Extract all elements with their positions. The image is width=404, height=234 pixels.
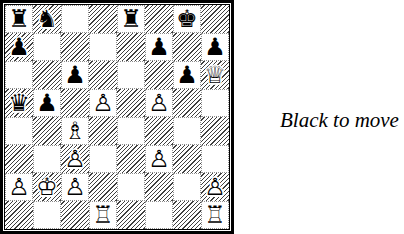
square-d4[interactable] <box>89 117 117 145</box>
white-rook-icon: ♖ <box>201 201 229 229</box>
square-b3[interactable] <box>33 145 61 173</box>
white-pawn-icon: ♙ <box>61 173 89 201</box>
square-h3[interactable] <box>201 145 229 173</box>
square-f7[interactable]: ♟♟ <box>145 33 173 61</box>
square-c6[interactable]: ♟♟ <box>61 61 89 89</box>
piece-halo: ♞ <box>33 5 61 33</box>
square-e3[interactable] <box>117 145 145 173</box>
piece-halo: ♟ <box>33 89 61 117</box>
piece-halo: ♟ <box>5 33 33 61</box>
black-pawn-icon: ♟ <box>33 89 61 117</box>
square-a5[interactable]: ♛♛ <box>5 89 33 117</box>
square-h6[interactable]: ♛♕ <box>201 61 229 89</box>
white-pawn-icon: ♙ <box>89 89 117 117</box>
piece-halo: ♜ <box>5 5 33 33</box>
white-queen-icon: ♕ <box>201 61 229 89</box>
square-h5[interactable] <box>201 89 229 117</box>
side-to-move-caption: Black to move <box>280 108 399 133</box>
square-g4[interactable] <box>173 117 201 145</box>
square-f6[interactable] <box>145 61 173 89</box>
chess-diagram-page: ♜♜♞♞♜♜♚♚♟♟♟♟♟♟♟♟♟♟♛♕♛♛♟♟♟♙♟♙♝♗♟♙♟♙♟♙♚♔♟♙… <box>0 0 404 234</box>
square-b1[interactable] <box>33 201 61 229</box>
white-pawn-icon: ♙ <box>145 89 173 117</box>
black-pawn-icon: ♟ <box>201 33 229 61</box>
square-h8[interactable] <box>201 5 229 33</box>
square-a6[interactable] <box>5 61 33 89</box>
square-e5[interactable] <box>117 89 145 117</box>
black-rook-icon: ♜ <box>117 5 145 33</box>
square-a2[interactable]: ♟♙ <box>5 173 33 201</box>
square-b5[interactable]: ♟♟ <box>33 89 61 117</box>
black-rook-icon: ♜ <box>5 5 33 33</box>
square-b8[interactable]: ♞♞ <box>33 5 61 33</box>
square-c8[interactable] <box>61 5 89 33</box>
square-h7[interactable]: ♟♟ <box>201 33 229 61</box>
square-h2[interactable]: ♟♙ <box>201 173 229 201</box>
square-h4[interactable] <box>201 117 229 145</box>
square-e7[interactable] <box>117 33 145 61</box>
chess-board-grid: ♜♜♞♞♜♜♚♚♟♟♟♟♟♟♟♟♟♟♛♕♛♛♟♟♟♙♟♙♝♗♟♙♟♙♟♙♚♔♟♙… <box>5 5 229 229</box>
square-f3[interactable]: ♟♙ <box>145 145 173 173</box>
square-c4[interactable]: ♝♗ <box>61 117 89 145</box>
square-b4[interactable] <box>33 117 61 145</box>
square-e1[interactable] <box>117 201 145 229</box>
square-g3[interactable] <box>173 145 201 173</box>
piece-halo: ♟ <box>173 61 201 89</box>
square-g5[interactable] <box>173 89 201 117</box>
square-a1[interactable] <box>5 201 33 229</box>
piece-halo: ♟ <box>145 89 173 117</box>
square-f1[interactable] <box>145 201 173 229</box>
piece-halo: ♜ <box>201 201 229 229</box>
square-e6[interactable] <box>117 61 145 89</box>
square-a8[interactable]: ♜♜ <box>5 5 33 33</box>
square-e4[interactable] <box>117 117 145 145</box>
piece-halo: ♟ <box>61 61 89 89</box>
square-b2[interactable]: ♚♔ <box>33 173 61 201</box>
white-pawn-icon: ♙ <box>5 173 33 201</box>
piece-halo: ♟ <box>89 89 117 117</box>
square-e8[interactable]: ♜♜ <box>117 5 145 33</box>
square-d7[interactable] <box>89 33 117 61</box>
black-pawn-icon: ♟ <box>61 61 89 89</box>
piece-halo: ♟ <box>145 33 173 61</box>
square-b6[interactable] <box>33 61 61 89</box>
chess-board-inner-frame: ♜♜♞♞♜♜♚♚♟♟♟♟♟♟♟♟♟♟♛♕♛♛♟♟♟♙♟♙♝♗♟♙♟♙♟♙♚♔♟♙… <box>4 4 230 230</box>
black-pawn-icon: ♟ <box>145 33 173 61</box>
piece-halo: ♟ <box>61 145 89 173</box>
piece-halo: ♟ <box>145 145 173 173</box>
white-pawn-icon: ♙ <box>145 145 173 173</box>
square-a4[interactable] <box>5 117 33 145</box>
piece-halo: ♜ <box>117 5 145 33</box>
piece-halo: ♝ <box>61 117 89 145</box>
square-c2[interactable]: ♟♙ <box>61 173 89 201</box>
piece-halo: ♟ <box>5 173 33 201</box>
square-g2[interactable] <box>173 173 201 201</box>
square-f8[interactable] <box>145 5 173 33</box>
square-c7[interactable] <box>61 33 89 61</box>
square-d8[interactable] <box>89 5 117 33</box>
piece-halo: ♚ <box>33 173 61 201</box>
square-g7[interactable] <box>173 33 201 61</box>
square-h1[interactable]: ♜♖ <box>201 201 229 229</box>
square-f2[interactable] <box>145 173 173 201</box>
piece-halo: ♚ <box>173 5 201 33</box>
chess-board: ♜♜♞♞♜♜♚♚♟♟♟♟♟♟♟♟♟♟♛♕♛♛♟♟♟♙♟♙♝♗♟♙♟♙♟♙♚♔♟♙… <box>0 0 234 234</box>
square-d5[interactable]: ♟♙ <box>89 89 117 117</box>
square-d3[interactable] <box>89 145 117 173</box>
square-g1[interactable] <box>173 201 201 229</box>
piece-halo: ♛ <box>201 61 229 89</box>
square-b7[interactable] <box>33 33 61 61</box>
white-pawn-icon: ♙ <box>201 173 229 201</box>
black-pawn-icon: ♟ <box>5 33 33 61</box>
square-g8[interactable]: ♚♚ <box>173 5 201 33</box>
square-c3[interactable]: ♟♙ <box>61 145 89 173</box>
square-d1[interactable]: ♜♖ <box>89 201 117 229</box>
piece-halo: ♜ <box>89 201 117 229</box>
square-f5[interactable]: ♟♙ <box>145 89 173 117</box>
black-king-icon: ♚ <box>173 5 201 33</box>
square-c1[interactable] <box>61 201 89 229</box>
square-g6[interactable]: ♟♟ <box>173 61 201 89</box>
square-d6[interactable] <box>89 61 117 89</box>
square-c5[interactable] <box>61 89 89 117</box>
white-bishop-icon: ♗ <box>61 117 89 145</box>
black-knight-icon: ♞ <box>33 5 61 33</box>
white-pawn-icon: ♙ <box>61 145 89 173</box>
square-e2[interactable] <box>117 173 145 201</box>
black-pawn-icon: ♟ <box>173 61 201 89</box>
piece-halo: ♛ <box>5 89 33 117</box>
square-d2[interactable] <box>89 173 117 201</box>
square-f4[interactable] <box>145 117 173 145</box>
piece-halo: ♟ <box>201 33 229 61</box>
piece-halo: ♟ <box>61 173 89 201</box>
black-queen-icon: ♛ <box>5 89 33 117</box>
square-a7[interactable]: ♟♟ <box>5 33 33 61</box>
white-rook-icon: ♖ <box>89 201 117 229</box>
square-a3[interactable] <box>5 145 33 173</box>
white-king-icon: ♔ <box>33 173 61 201</box>
piece-halo: ♟ <box>201 173 229 201</box>
